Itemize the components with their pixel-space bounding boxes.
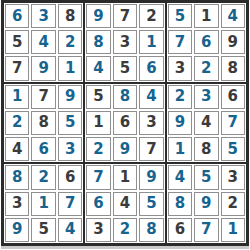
cell-r1c4[interactable]: 9 [86, 4, 110, 28]
cell-r9c7[interactable]: 6 [168, 218, 192, 242]
cell-r7c3[interactable]: 6 [58, 165, 82, 189]
cell-r1c2[interactable]: 3 [31, 4, 55, 28]
box-6: 236947185 [167, 84, 246, 163]
cell-r2c6[interactable]: 1 [139, 30, 163, 54]
cell-r8c7[interactable]: 8 [168, 192, 192, 216]
cell-r5c2[interactable]: 8 [31, 111, 55, 135]
cell-r1c1[interactable]: 6 [5, 4, 29, 28]
cell-r6c6[interactable]: 7 [139, 137, 163, 161]
cell-r2c5[interactable]: 3 [113, 30, 137, 54]
cell-r1c6[interactable]: 2 [139, 4, 163, 28]
box-7: 826317954 [4, 164, 83, 243]
cell-r9c9[interactable]: 1 [221, 218, 245, 242]
cell-r7c6[interactable]: 9 [139, 165, 163, 189]
cell-r7c8[interactable]: 5 [194, 165, 218, 189]
box-2: 972831456 [85, 3, 164, 82]
cell-r5c6[interactable]: 3 [139, 111, 163, 135]
cell-r5c1[interactable]: 2 [5, 111, 29, 135]
cell-r4c2[interactable]: 7 [31, 85, 55, 109]
cell-r7c5[interactable]: 1 [113, 165, 137, 189]
cell-r3c4[interactable]: 4 [86, 56, 110, 80]
cell-r8c4[interactable]: 6 [86, 192, 110, 216]
cell-r7c9[interactable]: 3 [221, 165, 245, 189]
cell-r9c4[interactable]: 3 [86, 218, 110, 242]
cell-r4c5[interactable]: 8 [113, 85, 137, 109]
cell-r8c1[interactable]: 3 [5, 192, 29, 216]
cell-r8c9[interactable]: 2 [221, 192, 245, 216]
box-8: 719645328 [85, 164, 164, 243]
cell-r8c2[interactable]: 1 [31, 192, 55, 216]
cell-r9c5[interactable]: 2 [113, 218, 137, 242]
cell-r7c4[interactable]: 7 [86, 165, 110, 189]
cell-r3c5[interactable]: 5 [113, 56, 137, 80]
cell-r2c9[interactable]: 9 [221, 30, 245, 54]
cell-r2c3[interactable]: 2 [58, 30, 82, 54]
cell-r6c4[interactable]: 2 [86, 137, 110, 161]
cell-r4c1[interactable]: 1 [5, 85, 29, 109]
cell-r9c1[interactable]: 9 [5, 218, 29, 242]
cell-r6c5[interactable]: 9 [113, 137, 137, 161]
cell-r6c8[interactable]: 8 [194, 137, 218, 161]
box-4: 179285463 [4, 84, 83, 163]
cell-r9c3[interactable]: 4 [58, 218, 82, 242]
cell-r4c3[interactable]: 9 [58, 85, 82, 109]
cell-r2c7[interactable]: 7 [168, 30, 192, 54]
cell-r1c9[interactable]: 4 [221, 4, 245, 28]
cell-r6c2[interactable]: 6 [31, 137, 55, 161]
cell-r3c7[interactable]: 3 [168, 56, 192, 80]
cell-r3c6[interactable]: 6 [139, 56, 163, 80]
cell-r6c9[interactable]: 5 [221, 137, 245, 161]
cell-r9c8[interactable]: 7 [194, 218, 218, 242]
cell-r5c4[interactable]: 1 [86, 111, 110, 135]
cell-r9c6[interactable]: 8 [139, 218, 163, 242]
cell-r2c2[interactable]: 4 [31, 30, 55, 54]
cell-r6c3[interactable]: 3 [58, 137, 82, 161]
cell-r4c4[interactable]: 5 [86, 85, 110, 109]
cell-r5c5[interactable]: 6 [113, 111, 137, 135]
cell-r2c1[interactable]: 5 [5, 30, 29, 54]
cell-r7c2[interactable]: 2 [31, 165, 55, 189]
cell-r4c8[interactable]: 3 [194, 85, 218, 109]
cell-r8c6[interactable]: 5 [139, 192, 163, 216]
box-3: 514769328 [167, 3, 246, 82]
cell-r1c7[interactable]: 5 [168, 4, 192, 28]
cell-r7c1[interactable]: 8 [5, 165, 29, 189]
cell-r5c3[interactable]: 5 [58, 111, 82, 135]
cell-r1c5[interactable]: 7 [113, 4, 137, 28]
cell-r6c7[interactable]: 1 [168, 137, 192, 161]
cell-r7c7[interactable]: 4 [168, 165, 192, 189]
cell-r5c9[interactable]: 7 [221, 111, 245, 135]
cell-r5c7[interactable]: 9 [168, 111, 192, 135]
cell-r9c2[interactable]: 5 [31, 218, 55, 242]
cell-r4c6[interactable]: 4 [139, 85, 163, 109]
cell-r8c8[interactable]: 9 [194, 192, 218, 216]
cell-r6c1[interactable]: 4 [5, 137, 29, 161]
cell-r8c5[interactable]: 4 [113, 192, 137, 216]
cell-r4c9[interactable]: 6 [221, 85, 245, 109]
box-5: 584163297 [85, 84, 164, 163]
cell-r3c2[interactable]: 9 [31, 56, 55, 80]
cell-r1c3[interactable]: 8 [58, 4, 82, 28]
cell-r3c8[interactable]: 2 [194, 56, 218, 80]
box-1: 638542791 [4, 3, 83, 82]
sudoku-board: 6385427919728314565147693281792854635841… [1, 0, 249, 246]
cell-r3c3[interactable]: 1 [58, 56, 82, 80]
box-9: 453892671 [167, 164, 246, 243]
cell-r2c4[interactable]: 8 [86, 30, 110, 54]
cell-r8c3[interactable]: 7 [58, 192, 82, 216]
cell-r4c7[interactable]: 2 [168, 85, 192, 109]
cell-r3c1[interactable]: 7 [5, 56, 29, 80]
cell-r5c8[interactable]: 4 [194, 111, 218, 135]
cell-r2c8[interactable]: 6 [194, 30, 218, 54]
cell-r1c8[interactable]: 1 [194, 4, 218, 28]
cell-r3c9[interactable]: 8 [221, 56, 245, 80]
